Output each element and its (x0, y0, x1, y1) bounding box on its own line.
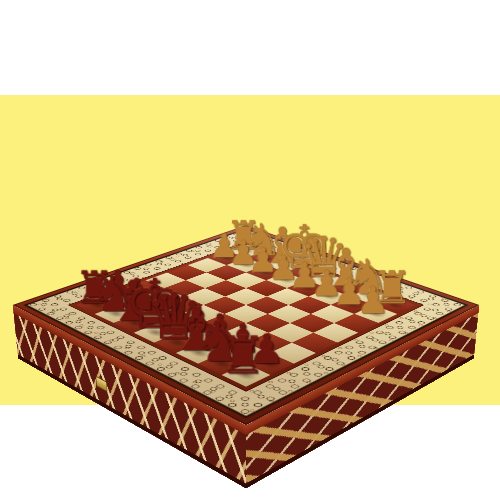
piece-dark-rook[interactable]: ♜ (212, 329, 274, 381)
yellow-backdrop: ♜♞♝♚♛♝♞♜♟♟♟♟♟♟♟♟♟♟♟♟♟♟♟♟♜♞♝♚♛♝♞♜ (0, 95, 500, 405)
piece-light-pawn[interactable]: ♟ (346, 282, 401, 319)
chess-box: ♜♞♝♚♛♝♞♜♟♟♟♟♟♟♟♟♟♟♟♟♟♟♟♟♜♞♝♚♛♝♞♜ (13, 225, 480, 425)
brass-clasp (96, 376, 108, 393)
photo-canvas: ♜♞♝♚♛♝♞♜♟♟♟♟♟♟♟♟♟♟♟♟♟♟♟♟♜♞♝♚♛♝♞♜ (0, 0, 500, 500)
scene: ♜♞♝♚♛♝♞♜♟♟♟♟♟♟♟♟♟♟♟♟♟♟♟♟♜♞♝♚♛♝♞♜ (0, 95, 500, 405)
